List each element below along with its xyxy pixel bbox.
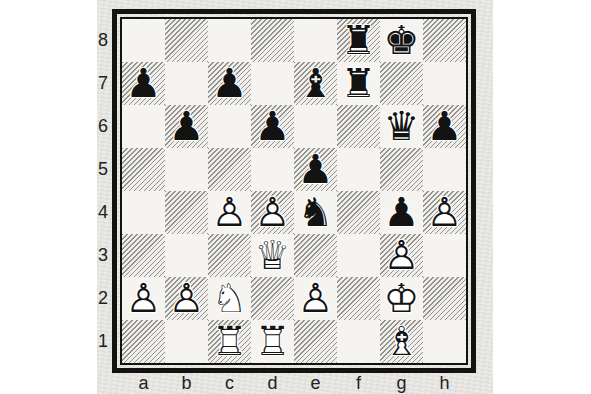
square-e4[interactable]: ♞ — [294, 191, 337, 234]
black-piece-glyph: ♟ — [380, 191, 423, 234]
piece-white-knight-c2[interactable]: ♞♘ — [208, 277, 251, 320]
rank-label-1: 1 — [95, 320, 111, 363]
piece-white-queen-d3[interactable]: ♛♕ — [251, 234, 294, 277]
square-h4[interactable]: ♟♙ — [423, 191, 466, 234]
square-h6[interactable]: ♟ — [423, 105, 466, 148]
square-a3[interactable] — [122, 234, 165, 277]
piece-black-pawn-d6[interactable]: ♟ — [251, 105, 294, 148]
piece-black-king-g8[interactable]: ♚ — [380, 19, 423, 62]
square-d6[interactable]: ♟ — [251, 105, 294, 148]
square-f7[interactable]: ♜ — [337, 62, 380, 105]
rank-labels: 87654321 — [95, 19, 111, 363]
black-piece-glyph: ♟ — [251, 105, 294, 148]
black-piece-glyph: ♟ — [423, 105, 466, 148]
square-f4[interactable] — [337, 191, 380, 234]
square-a6[interactable] — [122, 105, 165, 148]
square-b1[interactable] — [165, 320, 208, 363]
white-piece-outline: ♙ — [423, 191, 466, 234]
square-c3[interactable] — [208, 234, 251, 277]
piece-white-pawn-d4[interactable]: ♟♙ — [251, 191, 294, 234]
piece-black-pawn-b6[interactable]: ♟ — [165, 105, 208, 148]
square-d8[interactable] — [251, 19, 294, 62]
square-e7[interactable]: ♝ — [294, 62, 337, 105]
square-h7[interactable] — [423, 62, 466, 105]
square-c5[interactable] — [208, 148, 251, 191]
rank-label-4: 4 — [95, 191, 111, 234]
white-piece-outline: ♙ — [251, 191, 294, 234]
black-piece-glyph: ♝ — [294, 62, 337, 105]
white-piece-outline: ♖ — [251, 320, 294, 363]
square-f1[interactable] — [337, 320, 380, 363]
square-a8[interactable] — [122, 19, 165, 62]
square-a7[interactable]: ♟ — [122, 62, 165, 105]
square-g7[interactable] — [380, 62, 423, 105]
rank-label-5: 5 — [95, 148, 111, 191]
square-e5[interactable]: ♟ — [294, 148, 337, 191]
square-h5[interactable] — [423, 148, 466, 191]
piece-white-pawn-g3[interactable]: ♟♙ — [380, 234, 423, 277]
square-g3[interactable]: ♟♙ — [380, 234, 423, 277]
black-piece-glyph: ♟ — [208, 62, 251, 105]
piece-white-pawn-e2[interactable]: ♟♙ — [294, 277, 337, 320]
square-g4[interactable]: ♟ — [380, 191, 423, 234]
square-g2[interactable]: ♚♔ — [380, 277, 423, 320]
white-piece-outline: ♙ — [165, 277, 208, 320]
white-piece-outline: ♕ — [251, 234, 294, 277]
black-piece-glyph: ♜ — [337, 19, 380, 62]
square-c1[interactable]: ♜♖ — [208, 320, 251, 363]
square-h2[interactable] — [423, 277, 466, 320]
square-d2[interactable] — [251, 277, 294, 320]
rank-label-6: 6 — [95, 105, 111, 148]
square-h8[interactable] — [423, 19, 466, 62]
black-piece-glyph: ♟ — [122, 62, 165, 105]
square-g5[interactable] — [380, 148, 423, 191]
square-b6[interactable]: ♟ — [165, 105, 208, 148]
square-e3[interactable] — [294, 234, 337, 277]
white-piece-outline: ♙ — [122, 277, 165, 320]
square-b3[interactable] — [165, 234, 208, 277]
piece-white-rook-c1[interactable]: ♜♖ — [208, 320, 251, 363]
square-f2[interactable] — [337, 277, 380, 320]
square-b4[interactable] — [165, 191, 208, 234]
board-grid: ♜♚♟♟♝♜♟♟♛♟♟♟♙♟♙♞♟♟♙♛♕♟♙♟♙♟♙♞♘♟♙♚♔♜♖♜♖♝♗ — [122, 19, 466, 363]
square-f3[interactable] — [337, 234, 380, 277]
square-d3[interactable]: ♛♕ — [251, 234, 294, 277]
rank-label-7: 7 — [95, 62, 111, 105]
file-label-a: a — [122, 373, 165, 393]
square-d7[interactable] — [251, 62, 294, 105]
piece-black-pawn-a7[interactable]: ♟ — [122, 62, 165, 105]
chess-board: ♜♚♟♟♝♜♟♟♛♟♟♟♙♟♙♞♟♟♙♛♕♟♙♟♙♟♙♞♘♟♙♚♔♜♖♜♖♝♗ — [112, 9, 476, 373]
black-piece-glyph: ♞ — [294, 191, 337, 234]
black-piece-glyph: ♚ — [380, 19, 423, 62]
rank-label-2: 2 — [95, 277, 111, 320]
piece-black-rook-f7[interactable]: ♜ — [337, 62, 380, 105]
chess-diagram-page: 87654321 ♜♚♟♟♝♜♟♟♛♟♟♟♙♟♙♞♟♟♙♛♕♟♙♟♙♟♙♞♘♟♙… — [0, 0, 591, 394]
file-label-b: b — [165, 373, 208, 393]
piece-white-rook-d1[interactable]: ♜♖ — [251, 320, 294, 363]
square-a1[interactable] — [122, 320, 165, 363]
square-g6[interactable]: ♛ — [380, 105, 423, 148]
square-e2[interactable]: ♟♙ — [294, 277, 337, 320]
piece-white-king-g2[interactable]: ♚♔ — [380, 277, 423, 320]
square-e6[interactable] — [294, 105, 337, 148]
square-c4[interactable]: ♟♙ — [208, 191, 251, 234]
square-a5[interactable] — [122, 148, 165, 191]
white-piece-outline: ♗ — [380, 320, 423, 363]
board-inner-border: ♜♚♟♟♝♜♟♟♛♟♟♟♙♟♙♞♟♟♙♛♕♟♙♟♙♟♙♞♘♟♙♚♔♜♖♜♖♝♗ — [120, 17, 468, 365]
square-c8[interactable] — [208, 19, 251, 62]
white-piece-outline: ♔ — [380, 277, 423, 320]
square-c7[interactable]: ♟ — [208, 62, 251, 105]
piece-white-pawn-b2[interactable]: ♟♙ — [165, 277, 208, 320]
square-b2[interactable]: ♟♙ — [165, 277, 208, 320]
square-c6[interactable] — [208, 105, 251, 148]
square-f8[interactable]: ♜ — [337, 19, 380, 62]
square-d1[interactable]: ♜♖ — [251, 320, 294, 363]
white-piece-outline: ♙ — [380, 234, 423, 277]
square-g8[interactable]: ♚ — [380, 19, 423, 62]
piece-white-bishop-g1[interactable]: ♝♗ — [380, 320, 423, 363]
white-piece-outline: ♘ — [208, 277, 251, 320]
piece-black-rook-f8[interactable]: ♜ — [337, 19, 380, 62]
piece-black-pawn-h6[interactable]: ♟ — [423, 105, 466, 148]
square-g1[interactable]: ♝♗ — [380, 320, 423, 363]
piece-white-pawn-c4[interactable]: ♟♙ — [208, 191, 251, 234]
piece-black-knight-e4[interactable]: ♞ — [294, 191, 337, 234]
square-a2[interactable]: ♟♙ — [122, 277, 165, 320]
piece-black-pawn-g4[interactable]: ♟ — [380, 191, 423, 234]
file-label-f: f — [337, 373, 380, 393]
square-d5[interactable] — [251, 148, 294, 191]
black-piece-glyph: ♛ — [380, 105, 423, 148]
black-piece-glyph: ♟ — [294, 148, 337, 191]
piece-white-pawn-h4[interactable]: ♟♙ — [423, 191, 466, 234]
square-h1[interactable] — [423, 320, 466, 363]
piece-black-pawn-e5[interactable]: ♟ — [294, 148, 337, 191]
square-c2[interactable]: ♞♘ — [208, 277, 251, 320]
piece-black-bishop-e7[interactable]: ♝ — [294, 62, 337, 105]
square-b5[interactable] — [165, 148, 208, 191]
black-piece-glyph: ♟ — [165, 105, 208, 148]
square-f6[interactable] — [337, 105, 380, 148]
white-piece-outline: ♖ — [208, 320, 251, 363]
square-b8[interactable] — [165, 19, 208, 62]
square-e1[interactable] — [294, 320, 337, 363]
square-d4[interactable]: ♟♙ — [251, 191, 294, 234]
file-label-h: h — [423, 373, 466, 393]
white-piece-outline: ♙ — [294, 277, 337, 320]
square-a4[interactable] — [122, 191, 165, 234]
square-h3[interactable] — [423, 234, 466, 277]
file-label-c: c — [208, 373, 251, 393]
rank-label-8: 8 — [95, 19, 111, 62]
file-label-g: g — [380, 373, 423, 393]
file-label-e: e — [294, 373, 337, 393]
piece-white-pawn-a2[interactable]: ♟♙ — [122, 277, 165, 320]
square-f5[interactable] — [337, 148, 380, 191]
file-labels: abcdefgh — [122, 373, 466, 393]
black-piece-glyph: ♜ — [337, 62, 380, 105]
piece-black-queen-g6[interactable]: ♛ — [380, 105, 423, 148]
white-piece-outline: ♙ — [208, 191, 251, 234]
square-e8[interactable] — [294, 19, 337, 62]
piece-black-pawn-c7[interactable]: ♟ — [208, 62, 251, 105]
file-label-d: d — [251, 373, 294, 393]
square-b7[interactable] — [165, 62, 208, 105]
rank-label-3: 3 — [95, 234, 111, 277]
